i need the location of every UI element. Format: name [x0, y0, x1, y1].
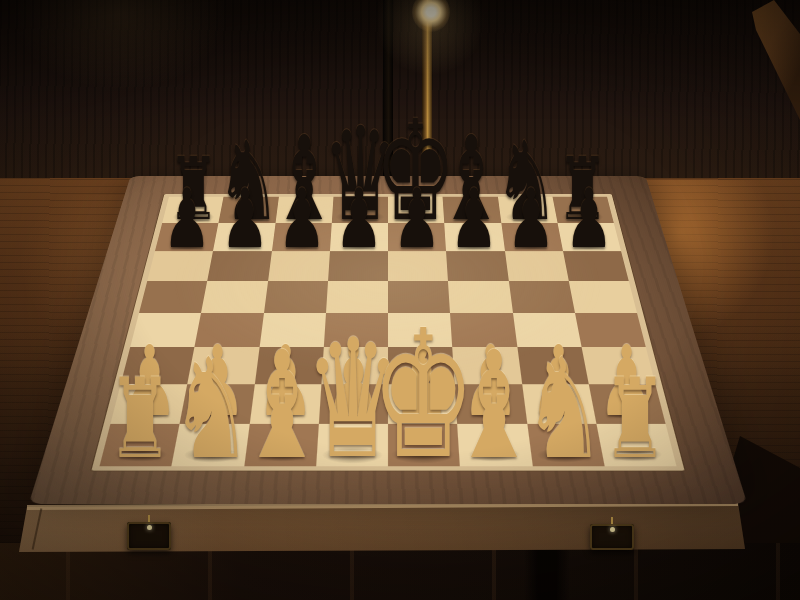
piece-white-rook-h1[interactable]: ♜ — [599, 364, 672, 474]
pieces-layer: ♜♞♝♛♚♝♞♜♟♟♟♟♟♟♟♟♟♟♟♟♟♟♟♟♜♞♝♛♚♝♞♜ — [0, 0, 800, 600]
piece-black-pawn-e7[interactable]: ♟ — [390, 178, 444, 260]
piece-black-pawn-h7[interactable]: ♟ — [562, 178, 616, 260]
piece-black-pawn-a7[interactable]: ♟ — [160, 178, 214, 260]
piece-black-pawn-b7[interactable]: ♟ — [218, 178, 272, 260]
chess-scene: ♜♞♝♛♚♝♞♜♟♟♟♟♟♟♟♟♟♟♟♟♟♟♟♟♜♞♝♛♚♝♞♜ — [0, 0, 800, 600]
piece-black-pawn-d7[interactable]: ♟ — [332, 178, 386, 260]
piece-white-knight-g1[interactable]: ♞ — [519, 340, 611, 479]
piece-black-pawn-f7[interactable]: ♟ — [447, 178, 501, 260]
piece-black-pawn-c7[interactable]: ♟ — [275, 178, 329, 260]
piece-black-pawn-g7[interactable]: ♟ — [504, 178, 558, 260]
